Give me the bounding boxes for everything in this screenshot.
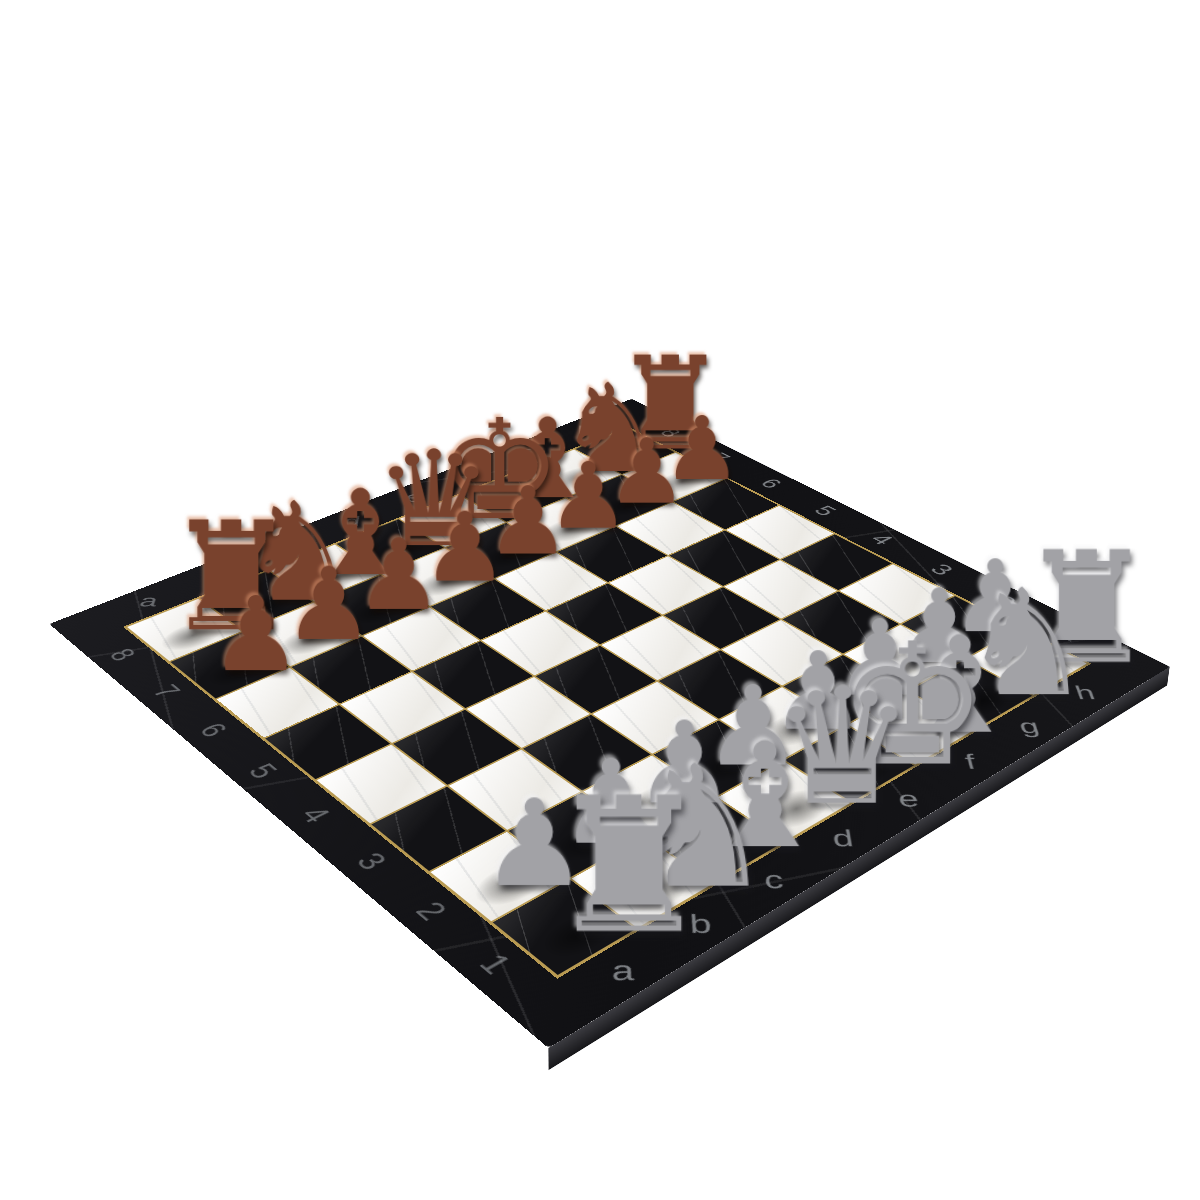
board-grid: ♜♞♝♛♚♝♞♜♟♟♟♟♟♟♟♟♟♟♟♟♟♟♟♟♜♞♝♛♚♝♞♜ [123,427,1091,979]
chess-board: abcdefgh abcdefgh 12345678 12345678 ♜♞♝♛… [49,399,1169,1048]
rank-label-left-8: 8 [71,630,171,681]
piece-silver-rook-a1: ♜ [546,780,649,951]
piece-copper-pawn-a7: ♟ [209,588,295,683]
scene: abcdefgh abcdefgh 12345678 12345678 ♜♞♝♛… [0,0,1200,1200]
product-photo: abcdefgh abcdefgh 12345678 12345678 ♜♞♝♛… [0,0,1200,1200]
